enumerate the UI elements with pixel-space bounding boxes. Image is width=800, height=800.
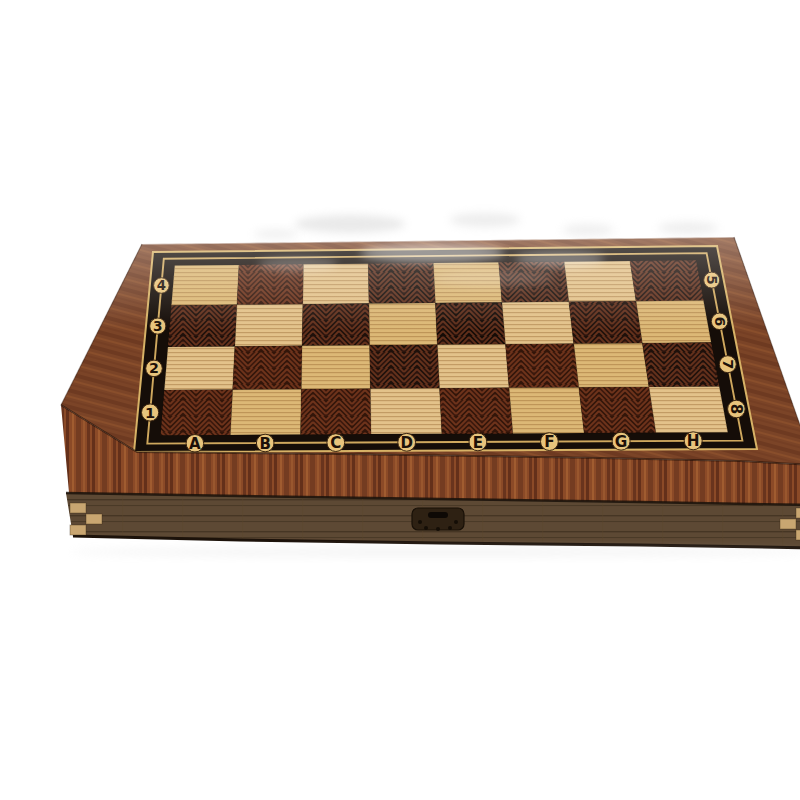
latch [412, 508, 464, 531]
latch-screw [418, 520, 422, 524]
latch-screw [424, 526, 428, 530]
chess-case-photo: ABCDEFGH43215678 [40, 16, 800, 800]
gloss-highlight [360, 243, 504, 263]
finger-joint-tooth [796, 508, 800, 518]
latch-screw [448, 526, 452, 530]
latch-screw [436, 527, 440, 531]
gloss-highlight [258, 257, 338, 271]
background-reflection [658, 222, 718, 234]
background-reflection [254, 229, 298, 239]
latch-screw [454, 520, 458, 524]
background-reflection [295, 215, 405, 233]
latch-slot [428, 512, 448, 518]
background-reflection [450, 213, 520, 227]
finger-joint-tooth [86, 514, 102, 524]
background-reflection [562, 224, 614, 236]
finger-joint-tooth [796, 530, 800, 540]
gloss-sheen [61, 237, 800, 465]
gloss-highlight [515, 251, 605, 267]
gloss-highlight [432, 269, 552, 287]
board-photo-svg: ABCDEFGH43215678 [40, 16, 800, 800]
chess-case-scene: ABCDEFGH43215678 [40, 16, 800, 800]
finger-joint-tooth [70, 525, 86, 535]
ground-shadow [70, 547, 800, 557]
finger-joint-tooth [780, 519, 796, 529]
finger-joint-tooth [70, 503, 86, 513]
